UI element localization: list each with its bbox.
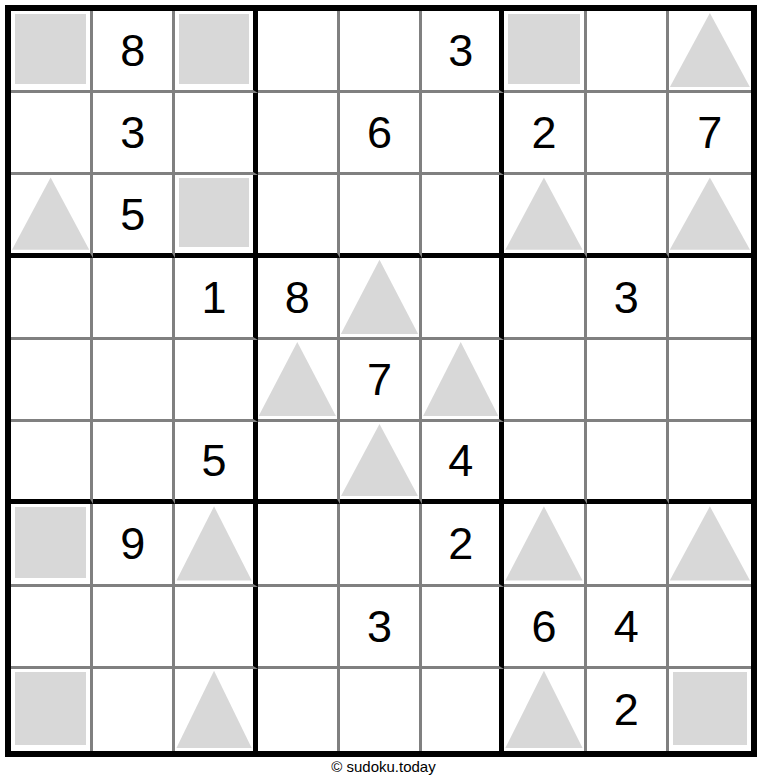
cell-r8c6[interactable]: [422, 587, 504, 669]
cell-r7c8[interactable]: [587, 504, 669, 586]
gray-triangle-mark: [670, 177, 750, 249]
cell-r3c2[interactable]: 5: [93, 175, 175, 257]
cell-r3c9[interactable]: [669, 175, 751, 257]
cell-r5c4[interactable]: [258, 340, 340, 422]
given-digit: 5: [120, 192, 145, 237]
given-digit: 2: [448, 521, 473, 566]
given-digit: 3: [367, 604, 392, 649]
gray-triangle-mark: [176, 506, 251, 580]
gray-square-mark: [508, 14, 579, 84]
gray-square-mark: [15, 672, 86, 745]
gray-square-mark: [15, 507, 86, 577]
given-digit: 8: [285, 275, 310, 320]
cell-r5c5[interactable]: 7: [340, 340, 422, 422]
cell-r8c4[interactable]: [258, 587, 340, 669]
gray-triangle-mark: [505, 671, 582, 748]
cell-r2c4[interactable]: [258, 93, 340, 175]
cell-r9c5[interactable]: [340, 669, 422, 751]
cell-r6c6[interactable]: 4: [422, 422, 504, 504]
sudoku-board: 8336275183754923642: [5, 5, 757, 757]
cell-r7c3[interactable]: [175, 504, 257, 586]
given-digit: 3: [614, 275, 639, 320]
cell-r6c8[interactable]: [587, 422, 669, 504]
cell-r5c8[interactable]: [587, 340, 669, 422]
cell-r8c5[interactable]: 3: [340, 587, 422, 669]
cell-r3c1[interactable]: [11, 175, 93, 257]
cell-r2c3[interactable]: [175, 93, 257, 175]
cell-r9c1[interactable]: [11, 669, 93, 751]
cell-r7c2[interactable]: 9: [93, 504, 175, 586]
cell-r7c5[interactable]: [340, 504, 422, 586]
cell-r8c3[interactable]: [175, 587, 257, 669]
gray-triangle-mark: [670, 506, 750, 580]
given-digit: 4: [448, 438, 473, 483]
cell-r4c2[interactable]: [93, 258, 175, 340]
given-digit: 3: [120, 110, 145, 155]
cell-r2c2[interactable]: 3: [93, 93, 175, 175]
gray-square-mark: [179, 14, 248, 84]
cell-r1c6[interactable]: 3: [422, 11, 504, 93]
cell-r2c1[interactable]: [11, 93, 93, 175]
cell-r4c1[interactable]: [11, 258, 93, 340]
given-digit: 3: [448, 28, 473, 73]
gray-triangle-mark: [259, 342, 336, 416]
cell-r6c5[interactable]: [340, 422, 422, 504]
cell-r7c1[interactable]: [11, 504, 93, 586]
cell-r4c4[interactable]: 8: [258, 258, 340, 340]
given-digit: 1: [202, 275, 227, 320]
given-digit: 7: [697, 110, 722, 155]
cell-r1c2[interactable]: 8: [93, 11, 175, 93]
cell-r6c2[interactable]: [93, 422, 175, 504]
copyright-text: © sudoku.today: [331, 758, 435, 775]
cell-r8c8[interactable]: 4: [587, 587, 669, 669]
cell-r6c7[interactable]: [504, 422, 586, 504]
cell-r3c6[interactable]: [422, 175, 504, 257]
cell-r4c9[interactable]: [669, 258, 751, 340]
cell-r9c9[interactable]: [669, 669, 751, 751]
cell-r6c3[interactable]: 5: [175, 422, 257, 504]
cell-r2c6[interactable]: [422, 93, 504, 175]
cell-r1c1[interactable]: [11, 11, 93, 93]
cell-r9c4[interactable]: [258, 669, 340, 751]
cell-r9c3[interactable]: [175, 669, 257, 751]
gray-triangle-mark: [423, 342, 498, 416]
cell-r7c9[interactable]: [669, 504, 751, 586]
cell-r8c2[interactable]: [93, 587, 175, 669]
cell-r8c9[interactable]: [669, 587, 751, 669]
cell-r4c8[interactable]: 3: [587, 258, 669, 340]
cell-r1c5[interactable]: [340, 11, 422, 93]
cell-r2c8[interactable]: [587, 93, 669, 175]
cell-r3c7[interactable]: [504, 175, 586, 257]
cell-r9c6[interactable]: [422, 669, 504, 751]
cell-r8c7[interactable]: 6: [504, 587, 586, 669]
cell-r1c7[interactable]: [504, 11, 586, 93]
cell-r5c6[interactable]: [422, 340, 504, 422]
cell-r1c8[interactable]: [587, 11, 669, 93]
cell-r7c7[interactable]: [504, 504, 586, 586]
given-digit: 4: [614, 604, 639, 649]
cell-r7c6[interactable]: 2: [422, 504, 504, 586]
cell-r3c3[interactable]: [175, 175, 257, 257]
cell-r3c8[interactable]: [587, 175, 669, 257]
cell-r1c3[interactable]: [175, 11, 257, 93]
cell-r5c3[interactable]: [175, 340, 257, 422]
given-digit: 8: [120, 28, 145, 73]
footer: © sudoku.today: [0, 758, 767, 775]
gray-triangle-mark: [12, 177, 89, 249]
given-digit: 6: [531, 604, 556, 649]
given-digit: 2: [531, 110, 556, 155]
given-digit: 5: [202, 438, 227, 483]
gray-triangle-mark: [670, 13, 750, 87]
cell-r2c7[interactable]: 2: [504, 93, 586, 175]
cell-r1c9[interactable]: [669, 11, 751, 93]
cell-r7c4[interactable]: [258, 504, 340, 586]
cell-r2c5[interactable]: 6: [340, 93, 422, 175]
cell-r4c5[interactable]: [340, 258, 422, 340]
cell-r4c6[interactable]: [422, 258, 504, 340]
given-digit: 9: [120, 521, 145, 566]
cell-r6c9[interactable]: [669, 422, 751, 504]
cell-r8c1[interactable]: [11, 587, 93, 669]
cell-r3c4[interactable]: [258, 175, 340, 257]
cell-r2c9[interactable]: 7: [669, 93, 751, 175]
given-digit: 2: [614, 687, 639, 732]
gray-square-mark: [179, 178, 248, 246]
gray-triangle-mark: [505, 506, 582, 580]
cell-r4c7[interactable]: [504, 258, 586, 340]
given-digit: 7: [367, 357, 392, 402]
cell-r3c5[interactable]: [340, 175, 422, 257]
gray-square-mark: [15, 14, 86, 84]
gray-triangle-mark: [341, 260, 418, 334]
cell-r5c1[interactable]: [11, 340, 93, 422]
given-digit: 6: [367, 110, 392, 155]
gray-triangle-mark: [176, 671, 251, 748]
cell-r1c4[interactable]: [258, 11, 340, 93]
cell-r5c7[interactable]: [504, 340, 586, 422]
gray-triangle-mark: [505, 177, 582, 249]
cell-r6c4[interactable]: [258, 422, 340, 504]
cell-r5c2[interactable]: [93, 340, 175, 422]
gray-triangle-mark: [341, 424, 418, 496]
cell-r5c9[interactable]: [669, 340, 751, 422]
cell-r9c7[interactable]: [504, 669, 586, 751]
cell-r9c8[interactable]: 2: [587, 669, 669, 751]
cell-r4c3[interactable]: 1: [175, 258, 257, 340]
cell-r6c1[interactable]: [11, 422, 93, 504]
gray-square-mark: [673, 672, 747, 745]
cell-r9c2[interactable]: [93, 669, 175, 751]
